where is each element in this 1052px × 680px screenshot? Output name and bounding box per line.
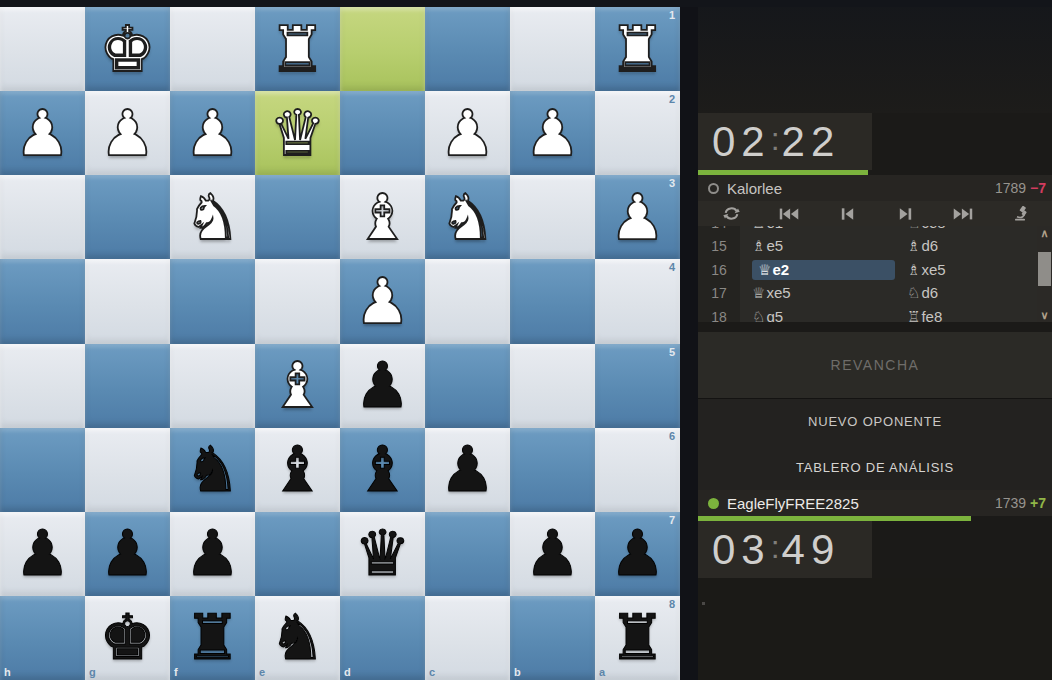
replay-toolbar xyxy=(698,201,1052,226)
square-h6[interactable] xyxy=(0,428,85,512)
piece-figurine-icon: ♘ xyxy=(752,308,765,322)
square-b1[interactable] xyxy=(510,7,595,91)
move-row-15: 15♗e5♗d6 xyxy=(698,235,1052,259)
panel-left-gap xyxy=(680,0,698,680)
move-row-16: 16♕e2♗xe5 xyxy=(698,258,1052,282)
file-label-f: f xyxy=(174,666,178,678)
game-side-panel: 02:22 Kalorlee 1789 −7 xyxy=(680,0,1052,680)
rank-label-1: 1 xyxy=(669,9,675,21)
piece-figurine-icon: ♖ xyxy=(752,226,765,232)
move-number: 14 xyxy=(698,226,740,235)
move-17-black[interactable]: ♘d6 xyxy=(895,283,1037,303)
square-d1[interactable] xyxy=(340,7,425,91)
file-label-b: b xyxy=(514,666,521,678)
rematch-label: REVANCHA xyxy=(831,357,920,373)
file-label-c: c xyxy=(429,666,435,678)
move-row-18: 18♘g5♖fe8 xyxy=(698,305,1052,322)
player-name[interactable]: EagleFlyFREE2825 xyxy=(727,495,995,512)
square-d7[interactable]: ♛ xyxy=(340,512,425,596)
replay-cycle-icon[interactable] xyxy=(718,203,744,225)
square-e1[interactable]: ♜ xyxy=(255,7,340,91)
piece-black-bishop-e6[interactable]: ♝ xyxy=(255,428,340,512)
piece-figurine-icon: ♕ xyxy=(752,284,765,302)
square-f6[interactable]: ♞ xyxy=(170,428,255,512)
opponent-name[interactable]: Kalorlee xyxy=(727,180,995,197)
piece-black-pawn-a7[interactable]: ♟ xyxy=(595,512,680,596)
player-rating-diff: +7 xyxy=(1030,495,1046,511)
square-b2[interactable]: ♟ xyxy=(510,91,595,175)
rank-label-6: 6 xyxy=(669,430,675,442)
square-d5[interactable]: ♟ xyxy=(340,344,425,428)
square-h1[interactable] xyxy=(0,7,85,91)
piece-white-rook-e1[interactable]: ♜ xyxy=(255,7,340,91)
piece-black-rook-a8[interactable]: ♜ xyxy=(595,596,680,680)
square-g3[interactable] xyxy=(85,175,170,259)
opponent-clock: 02:22 xyxy=(698,113,872,170)
piece-white-rook-a1[interactable]: ♜ xyxy=(595,7,680,91)
square-b8[interactable]: b xyxy=(510,596,595,680)
piece-figurine-icon: ♖ xyxy=(907,308,920,322)
online-status-icon xyxy=(708,498,719,509)
rank-label-5: 5 xyxy=(669,346,675,358)
square-e5[interactable]: ♝ xyxy=(255,344,340,428)
piece-black-knight-f6[interactable]: ♞ xyxy=(170,428,255,512)
move-18-white[interactable]: ♘g5 xyxy=(740,307,895,322)
scrollbar-thumb[interactable] xyxy=(1038,252,1051,286)
move-16-black[interactable]: ♗xe5 xyxy=(895,260,1037,280)
last-move-icon[interactable] xyxy=(950,203,976,225)
piece-black-pawn-h7[interactable]: ♟ xyxy=(0,512,85,596)
post-game-actions: NUEVO OPONENTE TABLERO DE ANÁLISIS xyxy=(698,399,1052,490)
panel-bottom-spacer xyxy=(698,578,1052,680)
rank-label-7: 7 xyxy=(669,514,675,526)
new-opponent-label: NUEVO OPONENTE xyxy=(808,414,942,429)
square-h8[interactable]: h xyxy=(0,596,85,680)
player-row[interactable]: EagleFlyFREE2825 1739 +7 xyxy=(698,490,1052,516)
square-c8[interactable]: c xyxy=(425,596,510,680)
square-b5[interactable] xyxy=(510,344,595,428)
file-label-g: g xyxy=(89,666,96,678)
piece-white-pawn-d4[interactable]: ♟ xyxy=(340,259,425,343)
square-f2[interactable]: ♟ xyxy=(170,91,255,175)
previous-move-icon[interactable] xyxy=(834,203,860,225)
file-label-h: h xyxy=(4,666,11,678)
square-h5[interactable] xyxy=(0,344,85,428)
file-label-a: a xyxy=(599,666,605,678)
file-label-d: d xyxy=(344,666,351,678)
square-h3[interactable] xyxy=(0,175,85,259)
square-a1[interactable]: ♜1 xyxy=(595,7,680,91)
piece-black-knight-e8[interactable]: ♞ xyxy=(255,596,340,680)
square-c2[interactable]: ♟ xyxy=(425,91,510,175)
square-g7[interactable]: ♟ xyxy=(85,512,170,596)
first-move-icon[interactable] xyxy=(776,203,802,225)
square-g8[interactable]: ♚g xyxy=(85,596,170,680)
move-15-white[interactable]: ♗e5 xyxy=(740,236,895,256)
opponent-player-row[interactable]: Kalorlee 1789 −7 xyxy=(698,175,1052,201)
square-f7[interactable]: ♟ xyxy=(170,512,255,596)
square-b7[interactable]: ♟ xyxy=(510,512,595,596)
next-move-icon[interactable] xyxy=(892,203,918,225)
panel-content: 02:22 Kalorlee 1789 −7 xyxy=(698,0,1052,680)
square-a8[interactable]: ♜a8 xyxy=(595,596,680,680)
square-e4[interactable] xyxy=(255,259,340,343)
square-c7[interactable] xyxy=(425,512,510,596)
piece-black-pawn-b7[interactable]: ♟ xyxy=(510,512,595,596)
clock-seconds: 49 xyxy=(782,526,841,574)
square-h4[interactable] xyxy=(0,259,85,343)
clock-colon: : xyxy=(771,529,780,566)
square-a3[interactable]: ♟3 xyxy=(595,175,680,259)
board: ♚♜♜1♟♟♟♛♟♟2♞♝♞♟3♟4♝♟5♞♝♝♟6♟♟♟♛♟♟7h♚g♜f♞e… xyxy=(0,7,680,680)
square-d4[interactable]: ♟ xyxy=(340,259,425,343)
piece-white-pawn-b2[interactable]: ♟ xyxy=(510,91,595,175)
clock-colon: : xyxy=(771,121,780,158)
piece-black-pawn-d5[interactable]: ♟ xyxy=(340,344,425,428)
app-window: ♚♜♜1♟♟♟♛♟♟2♞♝♞♟3♟4♝♟5♞♝♝♟6♟♟♟♛♟♟7h♚g♜f♞e… xyxy=(0,0,1052,680)
piece-black-king-g8[interactable]: ♚ xyxy=(85,596,170,680)
square-a2[interactable]: 2 xyxy=(595,91,680,175)
piece-white-pawn-f2[interactable]: ♟ xyxy=(170,91,255,175)
square-c6[interactable]: ♟ xyxy=(425,428,510,512)
move-16-white[interactable]: ♕e2 xyxy=(752,260,895,280)
square-d3[interactable]: ♝ xyxy=(340,175,425,259)
file-label-e: e xyxy=(259,666,265,678)
square-d2[interactable] xyxy=(340,91,425,175)
piece-white-pawn-h2[interactable]: ♟ xyxy=(0,91,85,175)
move-number: 17 xyxy=(698,282,740,306)
piece-black-rook-f8[interactable]: ♜ xyxy=(170,596,255,680)
analysis-microscope-icon[interactable] xyxy=(1008,203,1034,225)
square-b3[interactable] xyxy=(510,175,595,259)
move-row-14: 14♖e1♘ce8 xyxy=(698,226,1052,235)
piece-figurine-icon: ♗ xyxy=(907,261,920,279)
analysis-board-label: TABLERO DE ANÁLISIS xyxy=(796,460,954,475)
move-15-black[interactable]: ♗d6 xyxy=(895,236,1037,256)
square-h2[interactable]: ♟ xyxy=(0,91,85,175)
square-e3[interactable] xyxy=(255,175,340,259)
clock-minutes: 02 xyxy=(712,118,771,166)
piece-white-queen-e2[interactable]: ♛ xyxy=(255,91,340,175)
letterbox-strip xyxy=(0,0,1052,7)
move-17-white[interactable]: ♕xe5 xyxy=(740,283,895,303)
move-list-container: 14♖e1♘ce815♗e5♗d616♕e2♗xe517♕xe5♘d618♘g5… xyxy=(698,226,1052,322)
player-clock: 03:49 xyxy=(698,521,872,578)
piece-white-king-g1[interactable]: ♚ xyxy=(85,7,170,91)
move-18-black[interactable]: ♖fe8 xyxy=(895,307,1037,322)
piece-white-bishop-e5[interactable]: ♝ xyxy=(255,344,340,428)
piece-white-pawn-g2[interactable]: ♟ xyxy=(85,91,170,175)
new-opponent-button[interactable]: NUEVO OPONENTE xyxy=(698,399,1052,445)
rank-label-4: 4 xyxy=(669,261,675,273)
piece-black-pawn-f7[interactable]: ♟ xyxy=(170,512,255,596)
piece-white-knight-c3[interactable]: ♞ xyxy=(425,175,510,259)
square-d8[interactable]: d xyxy=(340,596,425,680)
offline-status-icon xyxy=(708,183,719,194)
move-14-black[interactable]: ♘ce8 xyxy=(895,226,1037,233)
piece-white-pawn-a3[interactable]: ♟ xyxy=(595,175,680,259)
move-14-white[interactable]: ♖e1 xyxy=(740,226,895,233)
panel-top-spacer xyxy=(698,0,1052,113)
rank-label-3: 3 xyxy=(669,177,675,189)
analysis-board-button[interactable]: TABLERO DE ANÁLISIS xyxy=(698,445,1052,491)
square-g6[interactable] xyxy=(85,428,170,512)
move-number: 16 xyxy=(698,258,740,282)
square-g1[interactable]: ♚ xyxy=(85,7,170,91)
square-h7[interactable]: ♟ xyxy=(0,512,85,596)
square-e8[interactable]: ♞e xyxy=(255,596,340,680)
rank-label-2: 2 xyxy=(669,93,675,105)
square-f8[interactable]: ♜f xyxy=(170,596,255,680)
square-a5[interactable]: 5 xyxy=(595,344,680,428)
piece-black-bishop-d6[interactable]: ♝ xyxy=(340,428,425,512)
square-b6[interactable] xyxy=(510,428,595,512)
square-a4[interactable]: 4 xyxy=(595,259,680,343)
scroll-down-icon[interactable]: ∨ xyxy=(1037,309,1052,321)
square-d6[interactable]: ♝ xyxy=(340,428,425,512)
square-e2[interactable]: ♛ xyxy=(255,91,340,175)
square-a7[interactable]: ♟7 xyxy=(595,512,680,596)
square-c3[interactable]: ♞ xyxy=(425,175,510,259)
piece-white-pawn-c2[interactable]: ♟ xyxy=(425,91,510,175)
square-e6[interactable]: ♝ xyxy=(255,428,340,512)
piece-white-bishop-d3[interactable]: ♝ xyxy=(340,175,425,259)
clock-seconds: 22 xyxy=(782,118,841,166)
square-c1[interactable] xyxy=(425,7,510,91)
panel-divider-gap xyxy=(698,322,1052,332)
move-list: 14♖e1♘ce815♗e5♗d616♕e2♗xe517♕xe5♘d618♘g5… xyxy=(698,226,1052,322)
square-c4[interactable] xyxy=(425,259,510,343)
piece-black-pawn-c6[interactable]: ♟ xyxy=(425,428,510,512)
square-f5[interactable] xyxy=(170,344,255,428)
piece-figurine-icon: ♘ xyxy=(907,284,920,302)
scroll-up-icon[interactable]: ∧ xyxy=(1037,227,1052,239)
piece-figurine-icon: ♗ xyxy=(907,237,920,255)
square-e7[interactable] xyxy=(255,512,340,596)
player-rating: 1739 xyxy=(995,495,1026,511)
move-list-scrollbar[interactable]: ∧ ∨ xyxy=(1037,226,1052,322)
piece-black-pawn-g7[interactable]: ♟ xyxy=(85,512,170,596)
pixel-artifact xyxy=(702,602,705,605)
move-number: 18 xyxy=(698,305,740,322)
square-g2[interactable]: ♟ xyxy=(85,91,170,175)
opponent-rating: 1789 xyxy=(995,180,1026,196)
square-f1[interactable] xyxy=(170,7,255,91)
opponent-rating-diff: −7 xyxy=(1030,180,1046,196)
piece-white-knight-f3[interactable]: ♞ xyxy=(170,175,255,259)
square-f4[interactable] xyxy=(170,259,255,343)
square-b4[interactable] xyxy=(510,259,595,343)
square-f3[interactable]: ♞ xyxy=(170,175,255,259)
square-c5[interactable] xyxy=(425,344,510,428)
square-g5[interactable] xyxy=(85,344,170,428)
move-row-17: 17♕xe5♘d6 xyxy=(698,282,1052,306)
piece-figurine-icon: ♕ xyxy=(758,261,771,279)
clock-minutes: 03 xyxy=(712,526,771,574)
square-g4[interactable] xyxy=(85,259,170,343)
square-a6[interactable]: 6 xyxy=(595,428,680,512)
piece-black-queen-d7[interactable]: ♛ xyxy=(340,512,425,596)
piece-figurine-icon: ♗ xyxy=(752,237,765,255)
piece-figurine-icon: ♘ xyxy=(907,226,920,232)
move-number: 15 xyxy=(698,235,740,259)
rank-label-8: 8 xyxy=(669,598,675,610)
rematch-button[interactable]: REVANCHA xyxy=(698,332,1052,399)
